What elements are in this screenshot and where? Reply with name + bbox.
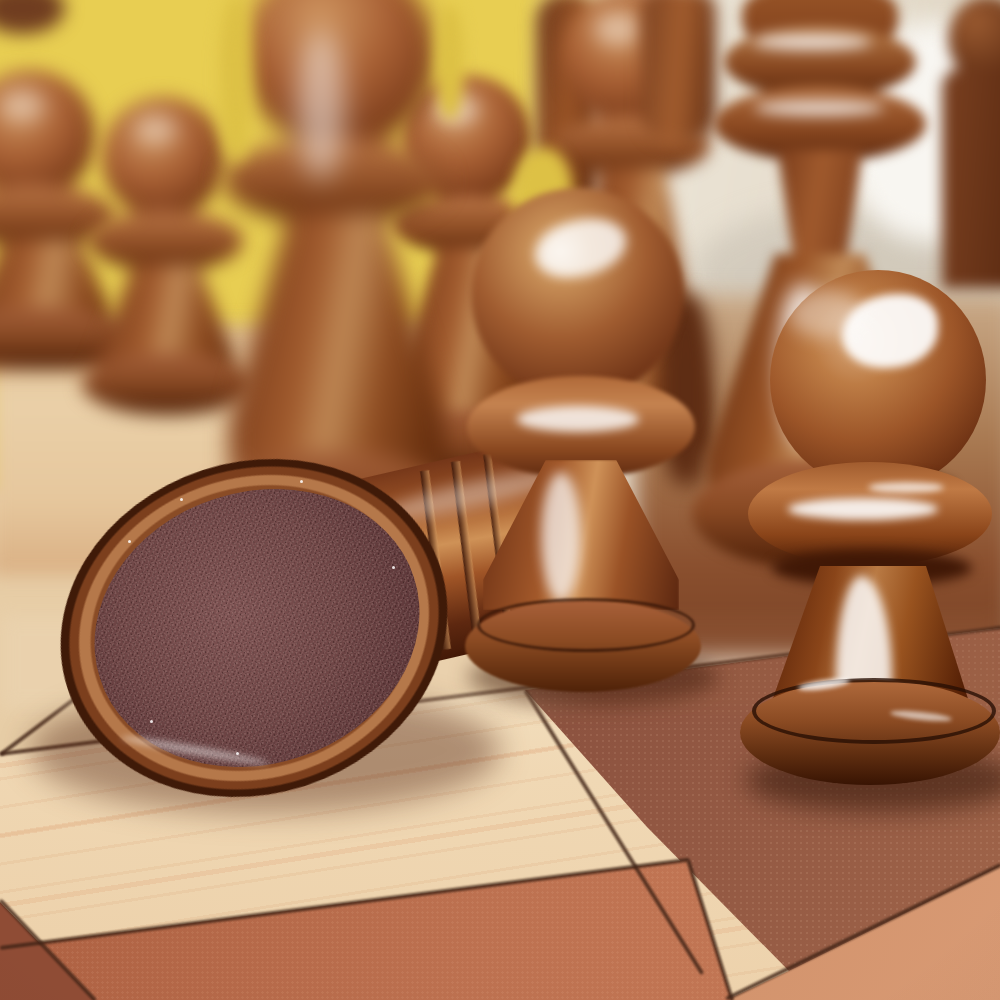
focus-pawn-base-groove (752, 678, 996, 744)
center-pawn (455, 180, 705, 720)
felt-dust-speck (392, 566, 395, 569)
felt-dust-speck (236, 752, 239, 755)
center-pawn-base-groove (477, 598, 695, 652)
center-pawn-collar-highlight (517, 406, 639, 432)
felt-dust-speck (150, 720, 153, 723)
felt-dust-speck (128, 540, 131, 543)
focus-pawn-collar-glint (868, 482, 944, 493)
focus-pawn-collar-highlight (788, 498, 938, 520)
focus-pawn (740, 250, 1000, 795)
center-pawn-body (483, 460, 679, 610)
felt-dust-speck (300, 480, 303, 483)
center-pawn-body-highlight (541, 472, 581, 602)
felt-dust-speck (180, 498, 183, 501)
chess-photo-scene: Macro photograph of dark glossy wooden c… (0, 0, 1000, 1000)
focus-pawn-head-sheen (788, 290, 866, 338)
